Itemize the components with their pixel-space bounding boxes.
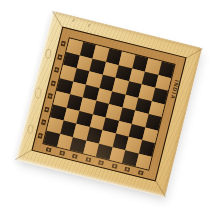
border-mark xyxy=(48,93,53,99)
wood-grain-knot xyxy=(34,87,41,98)
wood-grain-knot xyxy=(45,49,51,59)
board-border-panel: INDIA xyxy=(31,26,186,181)
border-mark xyxy=(125,167,131,172)
border-mark xyxy=(59,151,65,156)
border-mark xyxy=(72,154,78,159)
border-mark xyxy=(85,157,91,162)
square-h1 xyxy=(135,153,151,169)
mitre-seam-bottom-right xyxy=(155,181,166,198)
mitre-seam-bottom-left xyxy=(15,149,32,160)
frame-scratch xyxy=(72,19,75,22)
border-mark xyxy=(38,133,43,139)
frame-scratch xyxy=(88,24,90,27)
wood-grain-knot xyxy=(27,125,34,134)
chess-board: INDIA xyxy=(16,11,203,198)
border-mark xyxy=(51,80,56,86)
photo-canvas: INDIA xyxy=(0,0,220,220)
border-mark xyxy=(138,170,144,175)
border-mark xyxy=(46,147,52,152)
mitre-seam-top-right xyxy=(186,48,203,59)
border-mark xyxy=(44,106,49,112)
border-mark xyxy=(98,160,104,165)
border-mark xyxy=(111,164,117,169)
border-mark xyxy=(57,54,62,60)
border-mark xyxy=(54,67,59,73)
mitre-seam-top-left xyxy=(52,11,63,28)
border-mark xyxy=(61,41,66,47)
border-mark xyxy=(41,120,46,126)
board-frame: INDIA xyxy=(16,11,203,198)
